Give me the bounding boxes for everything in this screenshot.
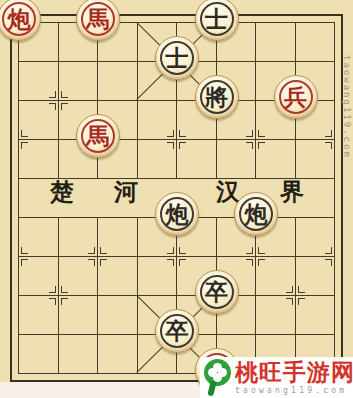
- position-marker: [325, 259, 332, 266]
- grid-line: [58, 217, 59, 374]
- position-marker: [258, 130, 265, 137]
- position-marker: [179, 130, 186, 137]
- piece-red-soldier[interactable]: 兵: [274, 75, 318, 119]
- grid-line: [18, 22, 19, 373]
- position-marker: [298, 286, 305, 293]
- bottom-watermark-banner: 桃旺手游网 taowang119.com: [200, 357, 353, 398]
- position-marker: [325, 130, 332, 137]
- grid-line: [255, 22, 256, 178]
- position-marker: [179, 247, 186, 254]
- piece-red-horse-1[interactable]: 馬: [76, 0, 120, 41]
- piece-character: 炮: [235, 193, 277, 235]
- position-marker: [88, 247, 95, 254]
- position-marker: [61, 103, 68, 110]
- position-marker: [167, 247, 174, 254]
- position-marker: [179, 142, 186, 149]
- position-marker: [167, 142, 174, 149]
- piece-black-advisor-1[interactable]: 士: [195, 0, 239, 41]
- position-marker: [246, 130, 253, 137]
- piece-character: 將: [196, 76, 238, 118]
- piece-red-cannon[interactable]: 炮: [0, 0, 41, 41]
- piece-black-cannon-2[interactable]: 炮: [234, 192, 278, 236]
- piece-black-soldier-2[interactable]: 卒: [155, 309, 199, 353]
- position-marker: [325, 142, 332, 149]
- piece-black-cannon-1[interactable]: 炮: [155, 192, 199, 236]
- piece-character: 卒: [196, 271, 238, 313]
- piece-character: 卒: [156, 310, 198, 352]
- position-marker: [258, 259, 265, 266]
- position-marker: [61, 286, 68, 293]
- grid-line: [58, 22, 59, 178]
- position-marker: [49, 286, 56, 293]
- position-marker: [246, 259, 253, 266]
- position-marker: [246, 142, 253, 149]
- position-marker: [21, 130, 28, 137]
- position-marker: [49, 91, 56, 98]
- grid-line: [97, 217, 98, 374]
- piece-character: 炮: [156, 193, 198, 235]
- piece-character: 馬: [77, 0, 119, 40]
- grid-line: [295, 217, 296, 374]
- position-marker: [88, 259, 95, 266]
- position-marker: [258, 247, 265, 254]
- position-marker: [286, 286, 293, 293]
- position-marker: [21, 259, 28, 266]
- position-marker: [49, 298, 56, 305]
- position-marker: [258, 142, 265, 149]
- piece-character: 炮: [0, 0, 40, 40]
- position-marker: [325, 247, 332, 254]
- watermark-site-name: 桃旺手游网: [235, 360, 353, 384]
- position-marker: [179, 259, 186, 266]
- position-marker: [167, 259, 174, 266]
- taowang-clover-logo-icon: [202, 357, 233, 398]
- grid-line: [255, 217, 256, 374]
- side-watermark-text: taowang119.com: [342, 55, 352, 159]
- piece-red-horse-2[interactable]: 馬: [76, 114, 120, 158]
- piece-character: 士: [196, 0, 238, 40]
- position-marker: [61, 298, 68, 305]
- piece-black-advisor-2[interactable]: 士: [155, 36, 199, 80]
- position-marker: [49, 103, 56, 110]
- xiangqi-board[interactable]: 楚河 汉界 炮馬士士將兵馬炮炮卒卒帥: [0, 0, 353, 398]
- position-marker: [21, 142, 28, 149]
- piece-character: 兵: [275, 76, 317, 118]
- position-marker: [21, 247, 28, 254]
- piece-character: 馬: [77, 115, 119, 157]
- position-marker: [286, 298, 293, 305]
- position-marker: [298, 298, 305, 305]
- piece-character: 士: [156, 37, 198, 79]
- piece-black-general[interactable]: 將: [195, 75, 239, 119]
- watermark-site-url: taowang119.com: [235, 386, 353, 395]
- position-marker: [167, 130, 174, 137]
- position-marker: [246, 247, 253, 254]
- xiangqi-app-screenshot: 楚河 汉界 炮馬士士將兵馬炮炮卒卒帥 taowang119.com 桃旺手游网 …: [0, 0, 353, 398]
- position-marker: [100, 259, 107, 266]
- position-marker: [100, 247, 107, 254]
- piece-black-soldier-1[interactable]: 卒: [195, 270, 239, 314]
- position-marker: [61, 91, 68, 98]
